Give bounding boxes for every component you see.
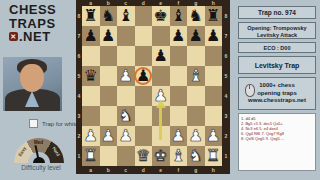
square-f3[interactable] xyxy=(170,106,188,126)
square-e7[interactable] xyxy=(152,26,170,46)
square-c1[interactable] xyxy=(117,146,135,166)
square-h7[interactable]: ♟ xyxy=(205,26,223,46)
square-a4[interactable] xyxy=(82,86,100,106)
square-g4[interactable] xyxy=(187,86,205,106)
square-h1[interactable]: ♜ xyxy=(205,146,223,166)
file-label-bottom-a: a xyxy=(82,167,100,174)
square-h6[interactable] xyxy=(205,46,223,66)
logo-line2: TRAPS xyxy=(9,17,79,31)
rank-label-left-5: 5 xyxy=(76,66,82,86)
square-f5[interactable] xyxy=(170,66,188,86)
square-g8[interactable]: ♞ xyxy=(187,6,205,26)
square-b3[interactable] xyxy=(100,106,118,126)
piece-white-king: ♚ xyxy=(152,146,170,166)
square-a6[interactable] xyxy=(82,46,100,66)
square-e6[interactable]: ♟ xyxy=(152,46,170,66)
square-a5[interactable]: ♛ xyxy=(82,66,100,86)
piece-black-pawn: ♟ xyxy=(100,26,118,46)
file-label-top-c: c xyxy=(117,0,135,6)
gauge-label-med: Med xyxy=(34,140,43,145)
rank-label-left-3: 3 xyxy=(76,106,82,126)
piece-white-pawn: ♟ xyxy=(205,126,223,146)
piece-black-pawn: ♟ xyxy=(152,46,170,66)
square-b7[interactable]: ♟ xyxy=(100,26,118,46)
logo-x-icon: ✕ xyxy=(9,32,18,41)
square-f1[interactable]: ♝ xyxy=(170,146,188,166)
piece-white-pawn: ♟ xyxy=(82,126,100,146)
square-f7[interactable]: ♟ xyxy=(170,26,188,46)
piece-white-pawn: ♟ xyxy=(117,126,135,146)
chess-board: ♜♞♝♚♝♞♜♟♟♟♟♟♟♛♟♟♝♟♞♟♟♟♟♟♟♜♛♚♝♞♜ aabbccdd… xyxy=(76,0,230,174)
square-f6[interactable] xyxy=(170,46,188,66)
square-b4[interactable] xyxy=(100,86,118,106)
piece-white-pawn: ♟ xyxy=(187,126,205,146)
square-h2[interactable]: ♟ xyxy=(205,126,223,146)
piece-white-knight: ♞ xyxy=(187,146,205,166)
site-logo: CHESS TRAPS ✕ .NET xyxy=(9,3,79,44)
piece-black-queen: ♛ xyxy=(82,66,100,86)
rank-label-left-4: 4 xyxy=(76,86,82,106)
file-label-top-d: d xyxy=(135,0,153,6)
piece-white-rook: ♜ xyxy=(82,146,100,166)
rank-label-right-6: 6 xyxy=(223,46,230,66)
square-c3[interactable]: ♞ xyxy=(117,106,135,126)
square-b6[interactable] xyxy=(100,46,118,66)
piece-black-pawn: ♟ xyxy=(82,26,100,46)
square-c5[interactable]: ♟ xyxy=(117,66,135,86)
file-label-bottom-b: b xyxy=(100,167,118,174)
rank-label-left-1: 1 xyxy=(76,146,82,166)
move-line: 8. Qxf6 Qxg5 9. Qxg5 ... xyxy=(241,136,313,141)
square-b1[interactable] xyxy=(100,146,118,166)
square-c7[interactable] xyxy=(117,26,135,46)
trap-number-box: Trap no. 974 xyxy=(238,6,316,19)
file-label-bottom-h: h xyxy=(205,167,223,174)
file-label-top-b: b xyxy=(100,0,118,6)
piece-black-bishop: ♝ xyxy=(117,6,135,26)
mouse-click-icon xyxy=(245,84,255,97)
rank-label-right-4: 4 xyxy=(223,86,230,106)
difficulty-caption: Difficulty level xyxy=(6,164,76,171)
file-label-top-g: g xyxy=(187,0,205,6)
rank-label-right-5: 5 xyxy=(223,66,230,86)
file-label-top-h: h xyxy=(205,0,223,6)
piece-black-pawn: ♟ xyxy=(205,26,223,46)
square-g2[interactable]: ♟ xyxy=(187,126,205,146)
square-h8[interactable]: ♜ xyxy=(205,6,223,26)
square-e8[interactable]: ♚ xyxy=(152,6,170,26)
piece-white-pawn: ♟ xyxy=(117,66,135,86)
square-d4[interactable] xyxy=(135,86,153,106)
piece-white-pawn: ♟ xyxy=(170,126,188,146)
rank-label-right-8: 8 xyxy=(223,6,230,26)
piece-white-bishop: ♝ xyxy=(187,66,205,86)
info-panel: Trap no. 974 Opening: Trompowsky Levitsk… xyxy=(232,0,320,180)
piece-black-rook: ♜ xyxy=(205,6,223,26)
trap-side-label: Trap for white xyxy=(42,121,78,127)
trap-side-row: Trap for white xyxy=(29,119,78,128)
trainer-photo xyxy=(3,57,62,111)
file-label-bottom-g: g xyxy=(187,167,205,174)
square-d8[interactable] xyxy=(135,6,153,26)
square-b2[interactable]: ♟ xyxy=(100,126,118,146)
square-a7[interactable]: ♟ xyxy=(82,26,100,46)
piece-black-knight: ♞ xyxy=(187,6,205,26)
rank-label-right-1: 1 xyxy=(223,146,230,166)
file-label-bottom-c: c xyxy=(117,167,135,174)
opening-line1: Opening: Trompowsky xyxy=(239,25,315,32)
square-c6[interactable] xyxy=(117,46,135,66)
square-d6[interactable] xyxy=(135,46,153,66)
last-move-arrow-head xyxy=(156,100,166,108)
square-h3[interactable] xyxy=(205,106,223,126)
piece-black-knight: ♞ xyxy=(100,6,118,26)
file-label-top-f: f xyxy=(170,0,188,6)
photo-face xyxy=(20,64,44,92)
square-f8[interactable]: ♝ xyxy=(170,6,188,26)
piece-black-rook: ♜ xyxy=(82,6,100,26)
square-d2[interactable] xyxy=(135,126,153,146)
eco-box: ECO : D00 xyxy=(238,42,316,53)
square-d3[interactable] xyxy=(135,106,153,126)
website-banner[interactable]: 1000+ chess opening traps www.chesstraps… xyxy=(238,77,316,110)
piece-black-king: ♚ xyxy=(152,6,170,26)
gauge-hub xyxy=(33,157,45,163)
square-g5[interactable]: ♝ xyxy=(187,66,205,86)
piece-white-pawn: ♟ xyxy=(100,126,118,146)
logo-net: .NET xyxy=(19,30,51,44)
file-label-bottom-f: f xyxy=(170,167,188,174)
piece-white-rook: ♜ xyxy=(205,146,223,166)
rank-label-left-2: 2 xyxy=(76,126,82,146)
file-label-bottom-e: e xyxy=(152,167,170,174)
square-g1[interactable]: ♞ xyxy=(187,146,205,166)
square-g3[interactable] xyxy=(187,106,205,126)
square-f4[interactable] xyxy=(170,86,188,106)
difficulty-gauge: Easy Med Hard xyxy=(14,138,64,163)
rank-label-left-6: 6 xyxy=(76,46,82,66)
square-a3[interactable] xyxy=(82,106,100,126)
move-list-box[interactable]: 1. d4 d5 2. Bg5 c5 3. dxc5 Qa5+ 4. Nc3 e… xyxy=(238,113,316,171)
board-grid: ♜♞♝♚♝♞♜♟♟♟♟♟♟♛♟♟♝♟♞♟♟♟♟♟♟♜♛♚♝♞♜ xyxy=(82,6,222,166)
file-label-top-a: a xyxy=(82,0,100,6)
square-h4[interactable] xyxy=(205,86,223,106)
rank-label-right-2: 2 xyxy=(223,126,230,146)
square-a1[interactable]: ♜ xyxy=(82,146,100,166)
piece-white-knight: ♞ xyxy=(117,106,135,126)
piece-white-bishop: ♝ xyxy=(170,146,188,166)
file-label-bottom-d: d xyxy=(135,167,153,174)
logo-line1: CHESS xyxy=(9,3,79,17)
square-c4[interactable] xyxy=(117,86,135,106)
square-c2[interactable]: ♟ xyxy=(117,126,135,146)
square-g6[interactable] xyxy=(187,46,205,66)
file-label-top-e: e xyxy=(152,0,170,6)
square-e1[interactable]: ♚ xyxy=(152,146,170,166)
square-g7[interactable]: ♟ xyxy=(187,26,205,46)
banner-line3: www.chesstraps.net xyxy=(239,97,315,105)
trap-name-box: Levitsky Trap xyxy=(238,56,316,74)
rank-label-left-8: 8 xyxy=(76,6,82,26)
square-d1[interactable]: ♛ xyxy=(135,146,153,166)
square-c8[interactable]: ♝ xyxy=(117,6,135,26)
last-move-arrow xyxy=(159,108,162,140)
piece-white-queen: ♛ xyxy=(135,146,153,166)
trap-side-checkbox[interactable] xyxy=(29,119,38,128)
square-e5[interactable] xyxy=(152,66,170,86)
square-h5[interactable] xyxy=(205,66,223,86)
piece-black-pawn: ♟ xyxy=(170,26,188,46)
video-frame: CHESS TRAPS ✕ .NET Trap for white Easy M… xyxy=(0,0,320,180)
opening-box: Opening: Trompowsky Levitsky Attack xyxy=(238,22,316,39)
square-b8[interactable]: ♞ xyxy=(100,6,118,26)
square-b5[interactable] xyxy=(100,66,118,86)
square-a8[interactable]: ♜ xyxy=(82,6,100,26)
opening-line2: Levitsky Attack xyxy=(239,32,315,39)
piece-black-bishop: ♝ xyxy=(170,6,188,26)
rank-label-right-7: 7 xyxy=(223,26,230,46)
rank-label-right-3: 3 xyxy=(223,106,230,126)
square-d7[interactable] xyxy=(135,26,153,46)
piece-black-pawn: ♟ xyxy=(187,26,205,46)
square-a2[interactable]: ♟ xyxy=(82,126,100,146)
square-f2[interactable]: ♟ xyxy=(170,126,188,146)
rank-label-left-7: 7 xyxy=(76,26,82,46)
